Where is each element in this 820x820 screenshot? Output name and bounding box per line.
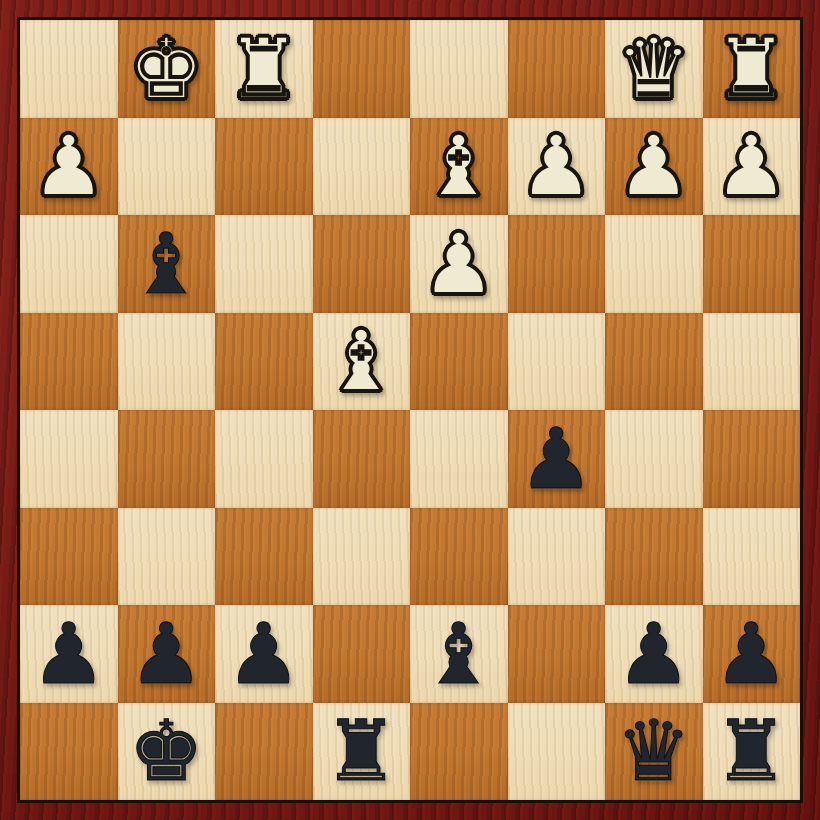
square-a6[interactable] bbox=[703, 508, 801, 606]
square-d3[interactable]: ♟ bbox=[410, 215, 508, 313]
square-d8[interactable] bbox=[410, 703, 508, 801]
piece-black-pawn[interactable]: ♟ bbox=[226, 612, 301, 696]
piece-black-bishop[interactable]: ♝ bbox=[129, 222, 204, 306]
square-f3[interactable] bbox=[215, 215, 313, 313]
square-h5[interactable] bbox=[20, 410, 118, 508]
square-a1[interactable]: ♜ bbox=[703, 20, 801, 118]
piece-black-pawn[interactable]: ♟ bbox=[31, 612, 106, 696]
square-d4[interactable] bbox=[410, 313, 508, 411]
square-d1[interactable] bbox=[410, 20, 508, 118]
square-e5[interactable] bbox=[313, 410, 411, 508]
square-e6[interactable] bbox=[313, 508, 411, 606]
square-a2[interactable]: ♟ bbox=[703, 118, 801, 216]
piece-black-rook[interactable]: ♜ bbox=[324, 709, 399, 793]
square-h7[interactable]: ♟ bbox=[20, 605, 118, 703]
piece-white-pawn[interactable]: ♟ bbox=[31, 124, 106, 208]
square-g8[interactable]: ♚ bbox=[118, 703, 216, 801]
square-b1[interactable]: ♛ bbox=[605, 20, 703, 118]
square-g2[interactable] bbox=[118, 118, 216, 216]
square-f5[interactable] bbox=[215, 410, 313, 508]
piece-white-queen[interactable]: ♛ bbox=[616, 27, 691, 111]
square-c1[interactable] bbox=[508, 20, 606, 118]
piece-black-king[interactable]: ♚ bbox=[129, 709, 204, 793]
square-f8[interactable] bbox=[215, 703, 313, 801]
piece-black-rook[interactable]: ♜ bbox=[714, 709, 789, 793]
piece-black-queen[interactable]: ♛ bbox=[616, 709, 691, 793]
square-c2[interactable]: ♟ bbox=[508, 118, 606, 216]
square-e3[interactable] bbox=[313, 215, 411, 313]
piece-black-pawn[interactable]: ♟ bbox=[616, 612, 691, 696]
piece-white-king[interactable]: ♚ bbox=[129, 27, 204, 111]
piece-black-pawn[interactable]: ♟ bbox=[714, 612, 789, 696]
square-a4[interactable] bbox=[703, 313, 801, 411]
square-g3[interactable]: ♝ bbox=[118, 215, 216, 313]
square-h3[interactable] bbox=[20, 215, 118, 313]
square-d6[interactable] bbox=[410, 508, 508, 606]
board-inner-rim: ♚♜♛♜♟♝♟♟♟♝♟♝♟♟♟♟♝♟♟♚♜♛♜ bbox=[17, 17, 803, 803]
square-a5[interactable] bbox=[703, 410, 801, 508]
chess-board: ♚♜♛♜♟♝♟♟♟♝♟♝♟♟♟♟♝♟♟♚♜♛♜ bbox=[20, 20, 800, 800]
square-f6[interactable] bbox=[215, 508, 313, 606]
piece-white-pawn[interactable]: ♟ bbox=[519, 124, 594, 208]
square-d5[interactable] bbox=[410, 410, 508, 508]
square-c5[interactable]: ♟ bbox=[508, 410, 606, 508]
piece-black-pawn[interactable]: ♟ bbox=[519, 417, 594, 501]
square-f4[interactable] bbox=[215, 313, 313, 411]
square-f2[interactable] bbox=[215, 118, 313, 216]
piece-black-bishop[interactable]: ♝ bbox=[421, 612, 496, 696]
piece-white-rook[interactable]: ♜ bbox=[714, 27, 789, 111]
square-e8[interactable]: ♜ bbox=[313, 703, 411, 801]
square-a8[interactable]: ♜ bbox=[703, 703, 801, 801]
square-b5[interactable] bbox=[605, 410, 703, 508]
square-h8[interactable] bbox=[20, 703, 118, 801]
square-f7[interactable]: ♟ bbox=[215, 605, 313, 703]
piece-white-rook[interactable]: ♜ bbox=[226, 27, 301, 111]
square-b2[interactable]: ♟ bbox=[605, 118, 703, 216]
piece-white-pawn[interactable]: ♟ bbox=[714, 124, 789, 208]
square-b7[interactable]: ♟ bbox=[605, 605, 703, 703]
square-g6[interactable] bbox=[118, 508, 216, 606]
square-c7[interactable] bbox=[508, 605, 606, 703]
square-a3[interactable] bbox=[703, 215, 801, 313]
square-c4[interactable] bbox=[508, 313, 606, 411]
square-e2[interactable] bbox=[313, 118, 411, 216]
square-e7[interactable] bbox=[313, 605, 411, 703]
piece-white-pawn[interactable]: ♟ bbox=[421, 222, 496, 306]
square-d7[interactable]: ♝ bbox=[410, 605, 508, 703]
square-h6[interactable] bbox=[20, 508, 118, 606]
square-e4[interactable]: ♝ bbox=[313, 313, 411, 411]
square-e1[interactable] bbox=[313, 20, 411, 118]
chess-board-frame: ♚♜♛♜♟♝♟♟♟♝♟♝♟♟♟♟♝♟♟♚♜♛♜ bbox=[0, 0, 820, 820]
square-c3[interactable] bbox=[508, 215, 606, 313]
square-a7[interactable]: ♟ bbox=[703, 605, 801, 703]
square-b8[interactable]: ♛ bbox=[605, 703, 703, 801]
square-c8[interactable] bbox=[508, 703, 606, 801]
square-g1[interactable]: ♚ bbox=[118, 20, 216, 118]
square-g5[interactable] bbox=[118, 410, 216, 508]
square-b3[interactable] bbox=[605, 215, 703, 313]
square-g7[interactable]: ♟ bbox=[118, 605, 216, 703]
square-d2[interactable]: ♝ bbox=[410, 118, 508, 216]
square-b6[interactable] bbox=[605, 508, 703, 606]
piece-white-pawn[interactable]: ♟ bbox=[616, 124, 691, 208]
square-c6[interactable] bbox=[508, 508, 606, 606]
square-g4[interactable] bbox=[118, 313, 216, 411]
square-b4[interactable] bbox=[605, 313, 703, 411]
square-h1[interactable] bbox=[20, 20, 118, 118]
piece-black-pawn[interactable]: ♟ bbox=[129, 612, 204, 696]
square-f1[interactable]: ♜ bbox=[215, 20, 313, 118]
piece-white-bishop[interactable]: ♝ bbox=[324, 319, 399, 403]
square-h4[interactable] bbox=[20, 313, 118, 411]
square-h2[interactable]: ♟ bbox=[20, 118, 118, 216]
piece-white-bishop[interactable]: ♝ bbox=[421, 124, 496, 208]
